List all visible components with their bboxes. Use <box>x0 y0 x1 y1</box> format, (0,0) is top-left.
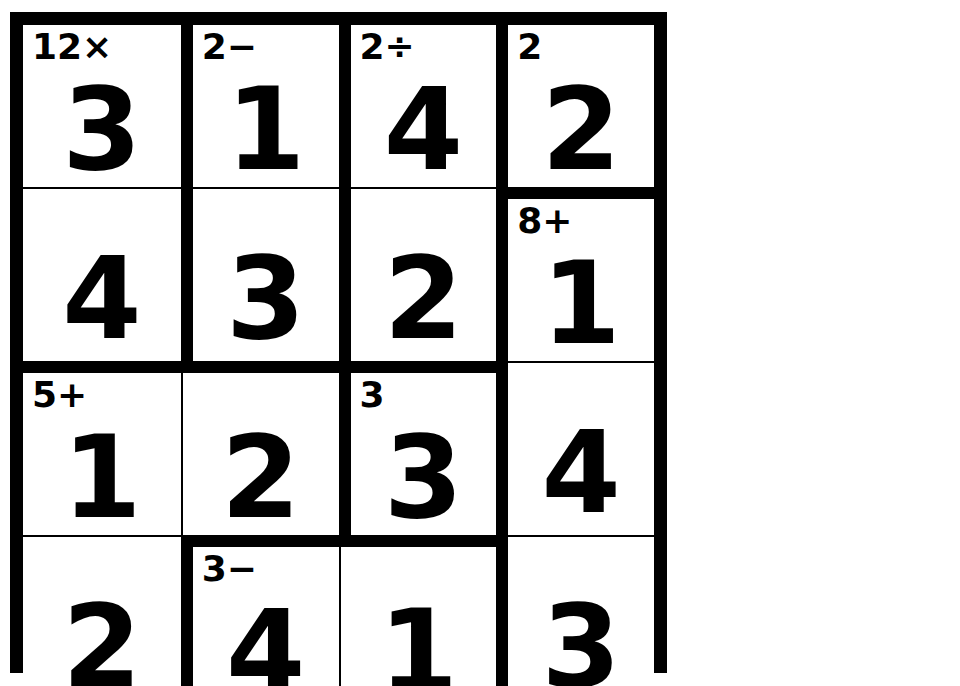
cell-r2c1[interactable]: 4 <box>23 187 181 361</box>
cage-label: 2 <box>517 27 542 67</box>
cage-label: 3− <box>202 549 257 589</box>
cell-value: 1 <box>379 595 458 686</box>
cell-value: 2 <box>541 73 620 187</box>
cage-label: 5+ <box>32 375 87 415</box>
cell-value: 4 <box>226 595 305 686</box>
cell-value: 3 <box>62 73 141 187</box>
cell-r3c2[interactable]: 2 <box>181 361 339 535</box>
cell-value: 3 <box>541 590 620 686</box>
cage-label: 2− <box>202 27 257 67</box>
cell-r4c4[interactable]: 3 <box>496 535 654 686</box>
cage-label: 12× <box>32 27 112 67</box>
cell-value: 2 <box>62 590 141 686</box>
cage-label: 8+ <box>517 201 572 241</box>
cell-r3c3[interactable]: 33 <box>339 361 497 535</box>
cell-value: 4 <box>62 242 141 356</box>
cage-label: 2÷ <box>360 27 415 67</box>
cell-value: 3 <box>384 421 463 535</box>
cell-r1c1[interactable]: 12×3 <box>23 25 181 187</box>
cell-value: 3 <box>226 242 305 356</box>
cell-r4c3[interactable]: 1 <box>339 535 497 686</box>
cage-label: 3 <box>360 375 385 415</box>
cell-r2c4[interactable]: 8+1 <box>496 187 654 361</box>
cell-r2c3[interactable]: 2 <box>339 187 497 361</box>
cell-r1c4[interactable]: 22 <box>496 25 654 187</box>
cell-r3c1[interactable]: 5+1 <box>23 361 181 535</box>
cell-value: 1 <box>541 247 620 361</box>
cell-value: 1 <box>62 421 141 535</box>
cell-r4c2[interactable]: 3−4 <box>181 535 339 686</box>
cell-r1c3[interactable]: 2÷4 <box>339 25 497 187</box>
cell-value: 2 <box>384 242 463 356</box>
cell-value: 2 <box>221 421 300 535</box>
cell-value: 4 <box>384 73 463 187</box>
cell-value: 4 <box>541 416 620 530</box>
cell-r4c1[interactable]: 2 <box>23 535 181 686</box>
page: { "game": "kenken", "grid_size": 4, "pos… <box>0 0 960 686</box>
cell-r1c2[interactable]: 2−1 <box>181 25 339 187</box>
cell-r2c2[interactable]: 3 <box>181 187 339 361</box>
cell-r3c4[interactable]: 4 <box>496 361 654 535</box>
cell-value: 1 <box>226 73 305 187</box>
kenken-board: 12×32−12÷4224328+15+1233423−413 <box>10 12 667 673</box>
